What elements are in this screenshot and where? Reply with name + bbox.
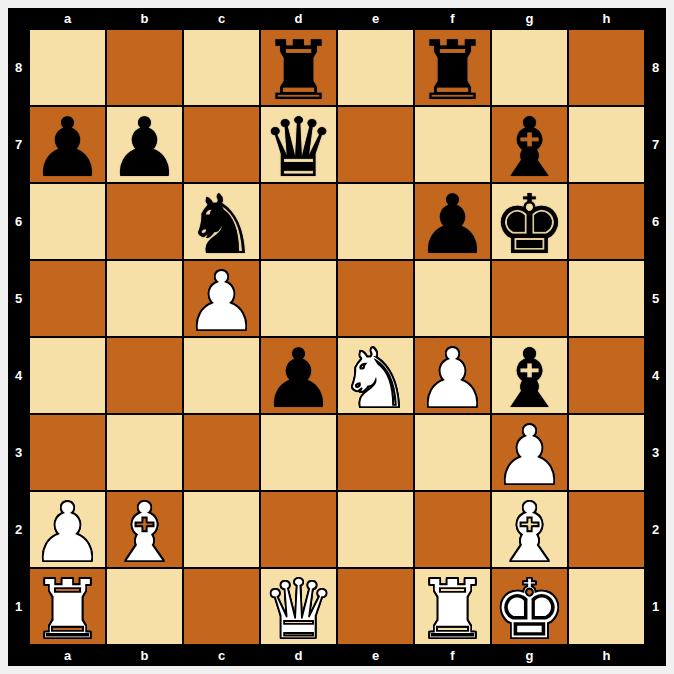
square-c5[interactable]: ♟: [183, 260, 260, 337]
rank-label-8: 8: [645, 29, 666, 106]
square-g6[interactable]: ♚: [491, 183, 568, 260]
file-label-h: h: [568, 645, 645, 666]
square-h4[interactable]: [568, 337, 645, 414]
rank-label-6: 6: [645, 183, 666, 260]
square-g8[interactable]: [491, 29, 568, 106]
square-f2[interactable]: [414, 491, 491, 568]
rank-label-3: 3: [645, 414, 666, 491]
rank-label-7: 7: [645, 106, 666, 183]
square-h3[interactable]: [568, 414, 645, 491]
square-e8[interactable]: [337, 29, 414, 106]
black-rook-d8[interactable]: ♜: [261, 32, 336, 109]
square-c1[interactable]: [183, 568, 260, 645]
square-a1[interactable]: ♜: [29, 568, 106, 645]
white-pawn-a2[interactable]: ♟: [30, 494, 105, 571]
square-e5[interactable]: [337, 260, 414, 337]
black-pawn-b7[interactable]: ♟: [107, 109, 182, 186]
rank-label-2: 2: [8, 491, 29, 568]
square-f6[interactable]: ♟: [414, 183, 491, 260]
rank-labels-right: 87654321: [645, 29, 666, 645]
black-rook-f8[interactable]: ♜: [415, 32, 490, 109]
square-b2[interactable]: ♝: [106, 491, 183, 568]
white-king-g1[interactable]: ♚: [492, 571, 567, 648]
file-label-a: a: [29, 8, 106, 29]
square-b4[interactable]: [106, 337, 183, 414]
rank-label-5: 5: [8, 260, 29, 337]
chess-board: ♜♜♟♟♛♝♞♟♚♟♟♞♟♝♟♟♝♝♜♛♜♚: [29, 29, 645, 645]
black-pawn-d4[interactable]: ♟: [261, 340, 336, 417]
square-h5[interactable]: [568, 260, 645, 337]
white-queen-d1[interactable]: ♛: [261, 571, 336, 648]
white-pawn-g3[interactable]: ♟: [492, 417, 567, 494]
square-h7[interactable]: [568, 106, 645, 183]
rank-label-6: 6: [8, 183, 29, 260]
square-d7[interactable]: ♛: [260, 106, 337, 183]
rank-labels-left: 87654321: [8, 29, 29, 645]
square-h2[interactable]: [568, 491, 645, 568]
square-c7[interactable]: [183, 106, 260, 183]
square-a3[interactable]: [29, 414, 106, 491]
file-label-e: e: [337, 8, 414, 29]
file-label-b: b: [106, 645, 183, 666]
rank-label-3: 3: [8, 414, 29, 491]
square-c6[interactable]: ♞: [183, 183, 260, 260]
square-a5[interactable]: [29, 260, 106, 337]
file-label-e: e: [337, 645, 414, 666]
square-b3[interactable]: [106, 414, 183, 491]
square-d4[interactable]: ♟: [260, 337, 337, 414]
file-labels-top: abcdefgh: [29, 8, 645, 29]
square-b5[interactable]: [106, 260, 183, 337]
black-pawn-a7[interactable]: ♟: [30, 109, 105, 186]
white-rook-f1[interactable]: ♜: [415, 571, 490, 648]
white-pawn-f4[interactable]: ♟: [415, 340, 490, 417]
square-e7[interactable]: [337, 106, 414, 183]
chessboard-frame: abcdefgh 87654321 ♜♜♟♟♛♝♞♟♚♟♟♞♟♝♟♟♝♝♜♛♜♚…: [8, 8, 666, 666]
square-h6[interactable]: [568, 183, 645, 260]
rank-label-4: 4: [645, 337, 666, 414]
black-bishop-g7[interactable]: ♝: [492, 109, 567, 186]
square-e2[interactable]: [337, 491, 414, 568]
rank-label-1: 1: [8, 568, 29, 645]
square-c3[interactable]: [183, 414, 260, 491]
square-g7[interactable]: ♝: [491, 106, 568, 183]
square-e4[interactable]: ♞: [337, 337, 414, 414]
white-knight-e4[interactable]: ♞: [338, 340, 413, 417]
black-knight-c6[interactable]: ♞: [184, 186, 259, 263]
rank-label-8: 8: [8, 29, 29, 106]
rank-label-4: 4: [8, 337, 29, 414]
file-label-h: h: [568, 8, 645, 29]
square-d1[interactable]: ♛: [260, 568, 337, 645]
rank-label-5: 5: [645, 260, 666, 337]
square-f1[interactable]: ♜: [414, 568, 491, 645]
file-label-g: g: [491, 8, 568, 29]
square-g2[interactable]: ♝: [491, 491, 568, 568]
white-pawn-c5[interactable]: ♟: [184, 263, 259, 340]
square-c8[interactable]: [183, 29, 260, 106]
black-pawn-f6[interactable]: ♟: [415, 186, 490, 263]
rank-label-1: 1: [645, 568, 666, 645]
black-queen-d7[interactable]: ♛: [261, 109, 336, 186]
black-bishop-g4[interactable]: ♝: [492, 340, 567, 417]
rank-label-7: 7: [8, 106, 29, 183]
square-a7[interactable]: ♟: [29, 106, 106, 183]
page: abcdefgh 87654321 ♜♜♟♟♛♝♞♟♚♟♟♞♟♝♟♟♝♝♜♛♜♚…: [0, 0, 674, 674]
square-b8[interactable]: [106, 29, 183, 106]
square-g1[interactable]: ♚: [491, 568, 568, 645]
square-f8[interactable]: ♜: [414, 29, 491, 106]
square-d8[interactable]: ♜: [260, 29, 337, 106]
square-g4[interactable]: ♝: [491, 337, 568, 414]
square-b7[interactable]: ♟: [106, 106, 183, 183]
square-h1[interactable]: [568, 568, 645, 645]
square-e1[interactable]: [337, 568, 414, 645]
white-rook-a1[interactable]: ♜: [30, 571, 105, 648]
black-king-g6[interactable]: ♚: [492, 186, 567, 263]
square-h8[interactable]: [568, 29, 645, 106]
square-a2[interactable]: ♟: [29, 491, 106, 568]
square-f4[interactable]: ♟: [414, 337, 491, 414]
white-bishop-b2[interactable]: ♝: [107, 494, 182, 571]
square-a8[interactable]: [29, 29, 106, 106]
square-d2[interactable]: [260, 491, 337, 568]
file-label-c: c: [183, 645, 260, 666]
square-e6[interactable]: [337, 183, 414, 260]
square-a4[interactable]: [29, 337, 106, 414]
white-bishop-g2[interactable]: ♝: [492, 494, 567, 571]
square-c2[interactable]: [183, 491, 260, 568]
rank-label-2: 2: [645, 491, 666, 568]
square-g3[interactable]: ♟: [491, 414, 568, 491]
square-d5[interactable]: [260, 260, 337, 337]
file-label-c: c: [183, 8, 260, 29]
file-label-b: b: [106, 8, 183, 29]
